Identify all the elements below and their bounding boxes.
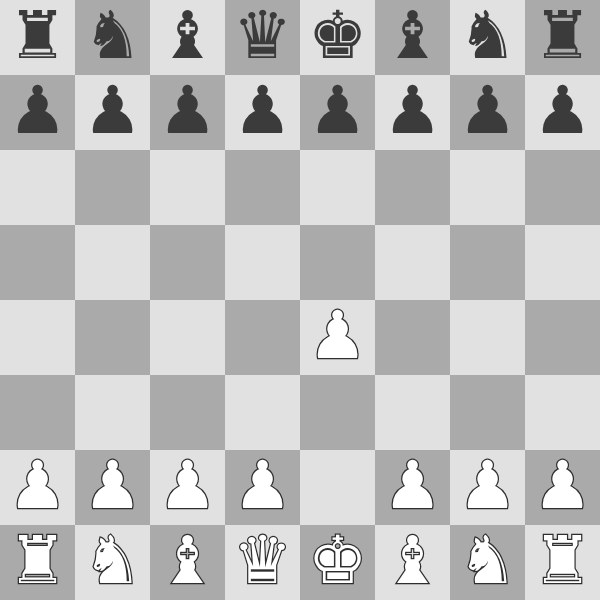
black-rook[interactable]: ♜ <box>533 0 592 73</box>
white-pawn[interactable]: ♟ <box>158 448 217 523</box>
square-g1[interactable]: ♞ <box>450 525 525 600</box>
black-knight[interactable]: ♞ <box>83 0 142 73</box>
square-c4[interactable] <box>150 300 225 375</box>
square-a6[interactable] <box>0 150 75 225</box>
square-c6[interactable] <box>150 150 225 225</box>
square-e1[interactable]: ♚ <box>300 525 375 600</box>
square-g6[interactable] <box>450 150 525 225</box>
white-pawn[interactable]: ♟ <box>383 448 442 523</box>
square-h1[interactable]: ♜ <box>525 525 600 600</box>
black-knight[interactable]: ♞ <box>458 0 517 73</box>
white-pawn[interactable]: ♟ <box>308 298 367 373</box>
square-d8[interactable]: ♛ <box>225 0 300 75</box>
square-h3[interactable] <box>525 375 600 450</box>
black-pawn[interactable]: ♟ <box>8 73 67 148</box>
square-h4[interactable] <box>525 300 600 375</box>
square-a4[interactable] <box>0 300 75 375</box>
white-bishop[interactable]: ♝ <box>158 523 217 598</box>
square-b5[interactable] <box>75 225 150 300</box>
square-g7[interactable]: ♟ <box>450 75 525 150</box>
white-pawn[interactable]: ♟ <box>233 448 292 523</box>
square-g3[interactable] <box>450 375 525 450</box>
square-e8[interactable]: ♚ <box>300 0 375 75</box>
black-bishop[interactable]: ♝ <box>158 0 217 73</box>
square-c8[interactable]: ♝ <box>150 0 225 75</box>
square-e7[interactable]: ♟ <box>300 75 375 150</box>
square-f6[interactable] <box>375 150 450 225</box>
square-b1[interactable]: ♞ <box>75 525 150 600</box>
square-d2[interactable]: ♟ <box>225 450 300 525</box>
chess-board: ♜♞♝♛♚♝♞♜♟♟♟♟♟♟♟♟♟♟♟♟♟♟♟♟♜♞♝♛♚♝♞♜ <box>0 0 600 600</box>
white-bishop[interactable]: ♝ <box>383 523 442 598</box>
square-e5[interactable] <box>300 225 375 300</box>
white-rook[interactable]: ♜ <box>8 523 67 598</box>
square-e4[interactable]: ♟ <box>300 300 375 375</box>
square-c7[interactable]: ♟ <box>150 75 225 150</box>
square-a5[interactable] <box>0 225 75 300</box>
square-d7[interactable]: ♟ <box>225 75 300 150</box>
square-b4[interactable] <box>75 300 150 375</box>
white-pawn[interactable]: ♟ <box>8 448 67 523</box>
square-g8[interactable]: ♞ <box>450 0 525 75</box>
square-e2[interactable] <box>300 450 375 525</box>
square-c1[interactable]: ♝ <box>150 525 225 600</box>
square-h6[interactable] <box>525 150 600 225</box>
square-h5[interactable] <box>525 225 600 300</box>
square-b7[interactable]: ♟ <box>75 75 150 150</box>
square-d6[interactable] <box>225 150 300 225</box>
square-f5[interactable] <box>375 225 450 300</box>
square-b8[interactable]: ♞ <box>75 0 150 75</box>
square-f7[interactable]: ♟ <box>375 75 450 150</box>
square-e3[interactable] <box>300 375 375 450</box>
white-pawn[interactable]: ♟ <box>533 448 592 523</box>
square-a8[interactable]: ♜ <box>0 0 75 75</box>
square-f3[interactable] <box>375 375 450 450</box>
square-c3[interactable] <box>150 375 225 450</box>
square-g2[interactable]: ♟ <box>450 450 525 525</box>
square-c5[interactable] <box>150 225 225 300</box>
square-a1[interactable]: ♜ <box>0 525 75 600</box>
square-a7[interactable]: ♟ <box>0 75 75 150</box>
square-g4[interactable] <box>450 300 525 375</box>
square-h2[interactable]: ♟ <box>525 450 600 525</box>
square-h8[interactable]: ♜ <box>525 0 600 75</box>
square-f8[interactable]: ♝ <box>375 0 450 75</box>
square-f4[interactable] <box>375 300 450 375</box>
square-f2[interactable]: ♟ <box>375 450 450 525</box>
square-a2[interactable]: ♟ <box>0 450 75 525</box>
black-king[interactable]: ♚ <box>308 0 367 73</box>
black-pawn[interactable]: ♟ <box>383 73 442 148</box>
white-pawn[interactable]: ♟ <box>458 448 517 523</box>
square-a3[interactable] <box>0 375 75 450</box>
white-pawn[interactable]: ♟ <box>83 448 142 523</box>
black-bishop[interactable]: ♝ <box>383 0 442 73</box>
square-d5[interactable] <box>225 225 300 300</box>
square-f1[interactable]: ♝ <box>375 525 450 600</box>
black-pawn[interactable]: ♟ <box>158 73 217 148</box>
square-b2[interactable]: ♟ <box>75 450 150 525</box>
black-pawn[interactable]: ♟ <box>83 73 142 148</box>
square-d4[interactable] <box>225 300 300 375</box>
black-pawn[interactable]: ♟ <box>458 73 517 148</box>
black-pawn[interactable]: ♟ <box>533 73 592 148</box>
black-pawn[interactable]: ♟ <box>308 73 367 148</box>
white-king[interactable]: ♚ <box>308 523 367 598</box>
square-h7[interactable]: ♟ <box>525 75 600 150</box>
black-rook[interactable]: ♜ <box>8 0 67 73</box>
black-pawn[interactable]: ♟ <box>233 73 292 148</box>
square-e6[interactable] <box>300 150 375 225</box>
white-rook[interactable]: ♜ <box>533 523 592 598</box>
white-queen[interactable]: ♛ <box>233 523 292 598</box>
square-b6[interactable] <box>75 150 150 225</box>
square-g5[interactable] <box>450 225 525 300</box>
square-b3[interactable] <box>75 375 150 450</box>
white-knight[interactable]: ♞ <box>458 523 517 598</box>
square-c2[interactable]: ♟ <box>150 450 225 525</box>
white-knight[interactable]: ♞ <box>83 523 142 598</box>
square-d1[interactable]: ♛ <box>225 525 300 600</box>
square-d3[interactable] <box>225 375 300 450</box>
black-queen[interactable]: ♛ <box>233 0 292 73</box>
